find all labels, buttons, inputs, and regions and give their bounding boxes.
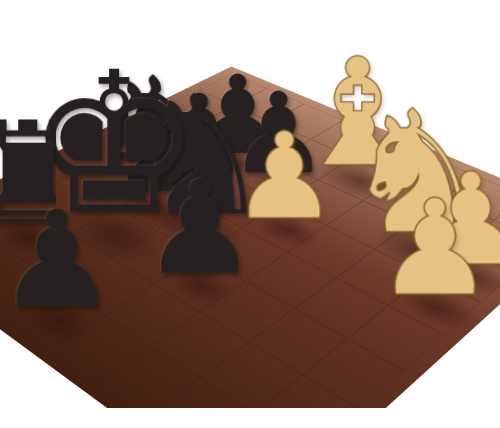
- black-pawn-glyph: ♟: [0, 193, 214, 328]
- background-crop: [0, 408, 500, 428]
- piece-layer: ♜♚♞♞♟♟♟♟♟♝♞♟♟♟: [0, 73, 500, 428]
- chess-board: ♜♚♞♞♟♟♟♟♟♝♞♟♟♟: [0, 66, 500, 428]
- chess-set-photo: Product photograph of a wooden Staunton …: [0, 0, 500, 428]
- white-pawn-glyph: ♟: [280, 182, 500, 315]
- perspective-wrapper: ♜♚♞♞♟♟♟♟♟♝♞♟♟♟: [0, 0, 500, 428]
